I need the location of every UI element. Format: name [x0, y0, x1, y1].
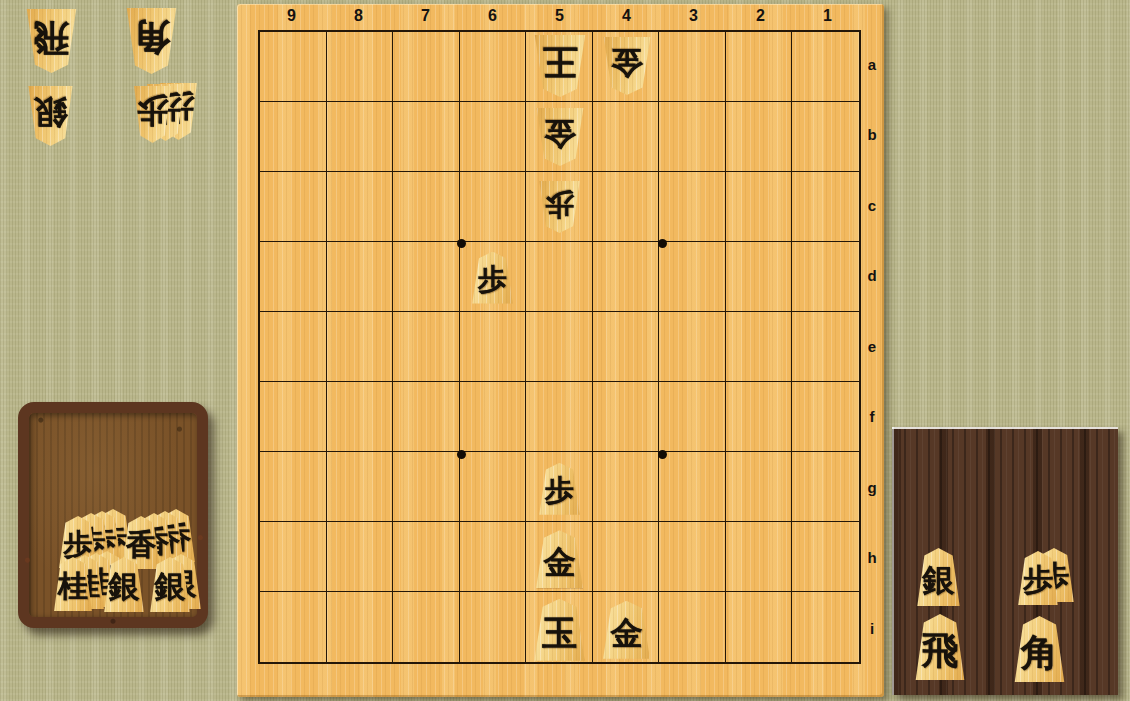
square-7d[interactable] — [393, 242, 460, 312]
hoshi-dot — [658, 450, 667, 459]
square-5e[interactable] — [526, 312, 593, 382]
piece-kanji: 飛 — [34, 20, 70, 56]
file-label-7: 7 — [392, 7, 459, 25]
square-2e[interactable] — [726, 312, 793, 382]
square-8a[interactable] — [327, 32, 394, 102]
piece-kanji: 銀 — [109, 571, 140, 602]
square-9g[interactable] — [260, 452, 327, 522]
piece-kanji: 歩 — [478, 265, 507, 294]
square-6h[interactable] — [460, 522, 527, 592]
gote-piece-飛[interactable]: 飛 — [24, 9, 79, 73]
square-4c[interactable] — [593, 172, 660, 242]
rank-label-c: c — [863, 171, 881, 241]
square-3f[interactable] — [659, 382, 726, 452]
gote-piece-角[interactable]: 角 — [124, 8, 179, 74]
square-3d[interactable] — [659, 242, 726, 312]
piece-kanji: 金 — [611, 616, 643, 648]
square-1g[interactable] — [792, 452, 859, 522]
square-2b[interactable] — [726, 102, 793, 172]
rank-label-e: e — [863, 312, 881, 382]
square-7f[interactable] — [393, 382, 460, 452]
square-8g[interactable] — [327, 452, 394, 522]
piece-kanji: 歩 — [545, 190, 574, 219]
piece-box[interactable]: 歩歩歩歩香香香香桂桂桂桂銀銀銀 — [18, 402, 208, 628]
shogi-app-screen: 飛角銀歩歩歩 987654321abcdefghi王金金歩歩歩金玉金 歩歩歩歩香… — [0, 0, 1130, 701]
piece-kanji: 桂 — [58, 571, 88, 601]
square-2g[interactable] — [726, 452, 793, 522]
square-1h[interactable] — [792, 522, 859, 592]
piece-kanji: 銀 — [923, 564, 955, 596]
square-4f[interactable] — [593, 382, 660, 452]
square-8h[interactable] — [327, 522, 394, 592]
square-6f[interactable] — [460, 382, 527, 452]
square-8f[interactable] — [327, 382, 394, 452]
square-2d[interactable] — [726, 242, 793, 312]
sente-piece-角[interactable]: 角 — [1012, 616, 1067, 682]
square-4e[interactable] — [593, 312, 660, 382]
rank-label-i: i — [863, 594, 881, 664]
rank-label-d: d — [863, 241, 881, 311]
square-9h[interactable] — [260, 522, 327, 592]
square-7g[interactable] — [393, 452, 460, 522]
hoshi-dot — [658, 239, 667, 248]
square-3i[interactable] — [659, 592, 726, 662]
square-6e[interactable] — [460, 312, 527, 382]
square-4g[interactable] — [593, 452, 660, 522]
square-7b[interactable] — [393, 102, 460, 172]
piece-kanji: 香 — [126, 530, 156, 560]
square-1f[interactable] — [792, 382, 859, 452]
hoshi-dot — [457, 450, 466, 459]
square-2f[interactable] — [726, 382, 793, 452]
square-1b[interactable] — [792, 102, 859, 172]
piece-kanji: 銀 — [155, 571, 186, 602]
square-4b[interactable] — [593, 102, 660, 172]
sente-piece-飛[interactable]: 飛 — [913, 614, 967, 680]
square-9f[interactable] — [260, 382, 327, 452]
piece-kanji: 王 — [542, 46, 577, 81]
sente-piece-銀[interactable]: 銀 — [915, 548, 962, 606]
square-6b[interactable] — [460, 102, 527, 172]
rank-label-a: a — [863, 30, 881, 100]
square-3g[interactable] — [659, 452, 726, 522]
square-9a[interactable] — [260, 32, 327, 102]
square-3e[interactable] — [659, 312, 726, 382]
square-7c[interactable] — [393, 172, 460, 242]
square-8i[interactable] — [327, 592, 394, 662]
piece-kanji: 飛 — [922, 631, 959, 668]
square-3h[interactable] — [659, 522, 726, 592]
square-1i[interactable] — [792, 592, 859, 662]
piece-kanji: 金 — [544, 118, 576, 150]
piece-kanji: 歩 — [545, 477, 574, 506]
square-7e[interactable] — [393, 312, 460, 382]
square-6i[interactable] — [460, 592, 527, 662]
square-9i[interactable] — [260, 592, 327, 662]
square-9b[interactable] — [260, 102, 327, 172]
square-2c[interactable] — [726, 172, 793, 242]
square-1d[interactable] — [792, 242, 859, 312]
square-2a[interactable] — [726, 32, 793, 102]
square-1e[interactable] — [792, 312, 859, 382]
square-4d[interactable] — [593, 242, 660, 312]
piece-kanji: 角 — [1021, 633, 1058, 670]
square-9d[interactable] — [260, 242, 327, 312]
hoshi-dot — [457, 239, 466, 248]
piece-kanji: 金 — [611, 48, 643, 80]
square-3c[interactable] — [659, 172, 726, 242]
square-7i[interactable] — [393, 592, 460, 662]
square-3a[interactable] — [659, 32, 726, 102]
square-5f[interactable] — [526, 382, 593, 452]
square-3b[interactable] — [659, 102, 726, 172]
file-label-2: 2 — [727, 7, 794, 25]
file-label-9: 9 — [258, 7, 325, 25]
square-6a[interactable] — [460, 32, 527, 102]
file-label-8: 8 — [325, 7, 392, 25]
sente-hand-tray[interactable]: 歩歩銀飛角 — [892, 427, 1118, 695]
square-6g[interactable] — [460, 452, 527, 522]
square-8d[interactable] — [327, 242, 394, 312]
square-8b[interactable] — [327, 102, 394, 172]
square-2h[interactable] — [726, 522, 793, 592]
file-label-1: 1 — [794, 7, 861, 25]
square-6c[interactable] — [460, 172, 527, 242]
gote-piece-銀[interactable]: 銀 — [26, 86, 75, 146]
square-8c[interactable] — [327, 172, 394, 242]
square-5d[interactable] — [526, 242, 593, 312]
file-label-4: 4 — [593, 7, 660, 25]
square-8e[interactable] — [327, 312, 394, 382]
piece-kanji: 歩 — [64, 530, 93, 559]
rank-label-g: g — [863, 453, 881, 523]
piece-kanji: 歩 — [137, 96, 169, 128]
rank-label-b: b — [863, 100, 881, 170]
square-9e[interactable] — [260, 312, 327, 382]
square-1a[interactable] — [792, 32, 859, 102]
rank-label-h: h — [863, 523, 881, 593]
square-9c[interactable] — [260, 172, 327, 242]
file-label-6: 6 — [459, 7, 526, 25]
rank-label-f: f — [863, 382, 881, 452]
file-label-3: 3 — [660, 7, 727, 25]
piece-kanji: 玉 — [542, 615, 577, 650]
square-7h[interactable] — [393, 522, 460, 592]
file-label-5: 5 — [526, 7, 593, 25]
piece-kanji: 角 — [133, 20, 170, 57]
square-7a[interactable] — [393, 32, 460, 102]
piece-kanji: 金 — [544, 546, 576, 578]
piece-kanji: 銀 — [34, 96, 68, 130]
square-4h[interactable] — [593, 522, 660, 592]
square-1c[interactable] — [792, 172, 859, 242]
shogi-board: 987654321abcdefghi王金金歩歩歩金玉金 — [237, 4, 884, 697]
square-2i[interactable] — [726, 592, 793, 662]
piece-kanji: 歩 — [1023, 565, 1053, 595]
